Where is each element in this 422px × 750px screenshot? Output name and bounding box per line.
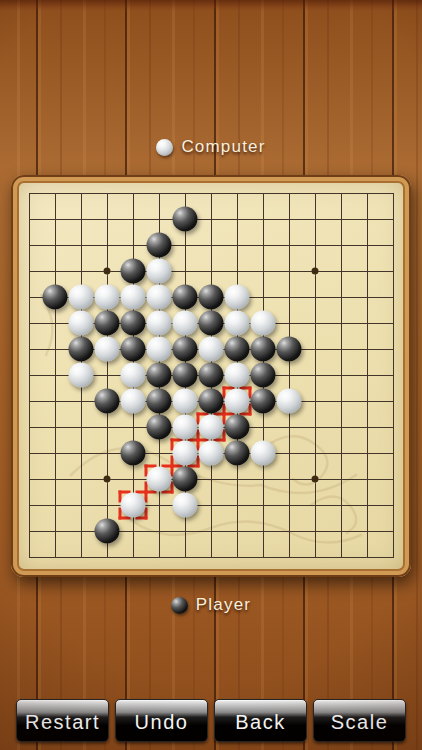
white-stone [147, 259, 172, 284]
white-stone [95, 337, 120, 362]
black-stone [199, 311, 224, 336]
black-stone [121, 337, 146, 362]
black-stone [147, 233, 172, 258]
white-stone [121, 389, 146, 414]
white-stone [277, 389, 302, 414]
white-stone [225, 285, 250, 310]
white-stone [147, 311, 172, 336]
wood-trim [0, 0, 422, 11]
player-label: Player [196, 595, 251, 615]
white-stone [199, 441, 224, 466]
white-stone [69, 311, 94, 336]
white-stone [225, 389, 250, 414]
white-stone-icon [156, 139, 173, 156]
black-stone [199, 285, 224, 310]
white-stone [121, 363, 146, 388]
black-stone [121, 259, 146, 284]
player-indicator: Player [0, 595, 422, 615]
black-stone [121, 441, 146, 466]
black-stone [147, 415, 172, 440]
black-stone [251, 363, 276, 388]
white-stone [173, 311, 198, 336]
star-point [104, 268, 111, 275]
black-stone [225, 337, 250, 362]
black-stone [173, 467, 198, 492]
black-stone [199, 389, 224, 414]
white-stone [95, 285, 120, 310]
white-stone [173, 441, 198, 466]
black-stone-icon [171, 597, 188, 614]
black-stone [173, 285, 198, 310]
white-stone [199, 337, 224, 362]
black-stone [147, 363, 172, 388]
white-stone [69, 285, 94, 310]
back-button[interactable]: Back [214, 699, 307, 742]
black-stone [199, 363, 224, 388]
black-stone [43, 285, 68, 310]
black-stone [95, 519, 120, 544]
white-stone [147, 337, 172, 362]
black-stone [95, 311, 120, 336]
white-stone [251, 441, 276, 466]
black-stone [251, 389, 276, 414]
computer-label: Computer [181, 137, 265, 157]
white-stone [69, 363, 94, 388]
white-stone [173, 493, 198, 518]
star-point [312, 476, 319, 483]
white-stone [121, 493, 146, 518]
white-stone [173, 389, 198, 414]
black-stone [173, 363, 198, 388]
black-stone [225, 415, 250, 440]
black-stone [277, 337, 302, 362]
white-stone [147, 467, 172, 492]
white-stone [121, 285, 146, 310]
white-stone [225, 311, 250, 336]
black-stone [251, 337, 276, 362]
gomoku-board[interactable] [11, 175, 411, 577]
white-stone [225, 363, 250, 388]
scale-button[interactable]: Scale [313, 699, 406, 742]
toolbar: Restart Undo Back Scale [16, 699, 406, 742]
white-stone [199, 415, 224, 440]
computer-indicator: Computer [0, 137, 422, 157]
white-stone [147, 285, 172, 310]
star-point [312, 268, 319, 275]
black-stone [225, 441, 250, 466]
app-screen: Computer Player Restart Undo Back Scale [0, 0, 422, 750]
black-stone [147, 389, 172, 414]
restart-button[interactable]: Restart [16, 699, 109, 742]
undo-button[interactable]: Undo [115, 699, 208, 742]
black-stone [95, 389, 120, 414]
white-stone [173, 415, 198, 440]
white-stone [251, 311, 276, 336]
black-stone [173, 207, 198, 232]
star-point [104, 476, 111, 483]
black-stone [173, 337, 198, 362]
black-stone [121, 311, 146, 336]
black-stone [69, 337, 94, 362]
